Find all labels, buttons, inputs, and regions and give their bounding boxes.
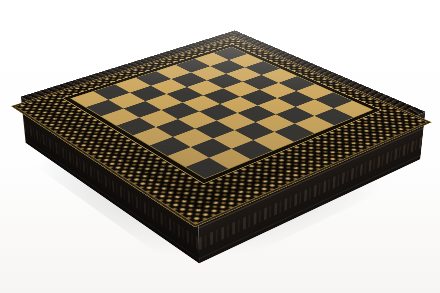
inner-margin [62,43,383,183]
chess-board-box [26,71,421,262]
product-photo-scene [0,0,440,293]
gold-ornate-border [11,36,433,227]
